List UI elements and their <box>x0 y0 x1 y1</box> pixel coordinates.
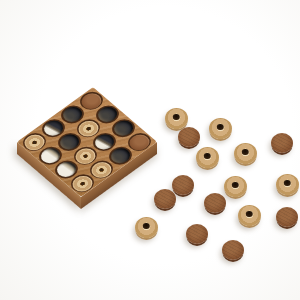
piece-center-hole <box>246 211 253 217</box>
loose-piece-light-ring[interactable] <box>209 118 232 139</box>
piece-center-hole <box>284 180 291 186</box>
loose-piece-light-ring[interactable] <box>238 205 261 226</box>
loose-piece-dark-disc[interactable] <box>271 133 293 153</box>
loose-piece-dark-disc[interactable] <box>204 193 226 213</box>
loose-piece-dark-disc[interactable] <box>276 207 298 227</box>
piece-center-hole <box>217 124 224 130</box>
loose-piece-light-ring[interactable] <box>276 174 299 195</box>
loose-piece-light-ring[interactable] <box>234 143 257 164</box>
piece-center-hole <box>143 223 150 229</box>
loose-piece-light-ring[interactable] <box>165 108 188 129</box>
loose-piece-dark-disc[interactable] <box>154 189 176 209</box>
piece-center-hole <box>204 153 211 159</box>
loose-piece-light-ring[interactable] <box>135 217 158 238</box>
piece-center-hole <box>232 182 239 188</box>
loose-piece-light-ring[interactable] <box>224 176 247 197</box>
loose-piece-dark-disc[interactable] <box>172 175 194 195</box>
loose-piece-dark-disc[interactable] <box>222 240 244 260</box>
product-photo-scene <box>0 0 300 300</box>
loose-piece-dark-disc[interactable] <box>186 224 208 244</box>
game-board <box>17 87 157 197</box>
loose-piece-light-ring[interactable] <box>196 147 219 168</box>
piece-center-hole <box>173 114 180 120</box>
loose-piece-dark-disc[interactable] <box>178 127 200 147</box>
piece-center-hole <box>242 149 249 155</box>
